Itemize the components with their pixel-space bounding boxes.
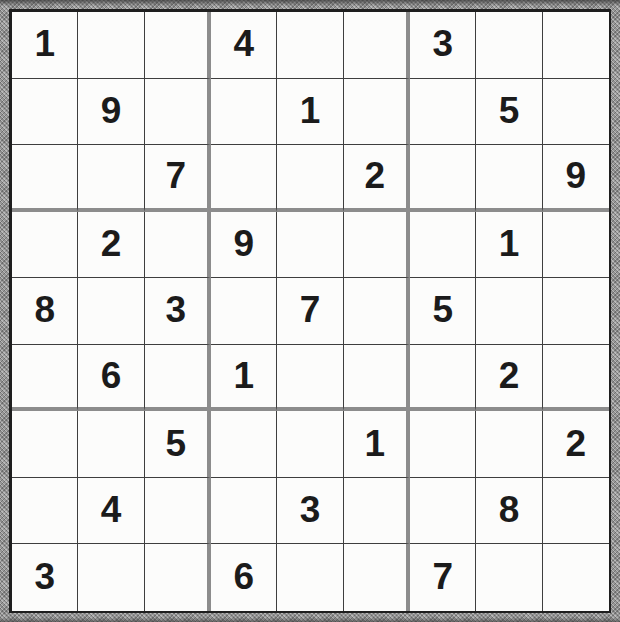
given-digit: 3: [166, 291, 187, 328]
given-digit: 1: [365, 425, 386, 462]
given-digit: 9: [566, 157, 587, 194]
cell-r1c4[interactable]: 4: [211, 12, 277, 79]
cell-r1c9[interactable]: [543, 12, 609, 79]
cell-r4c4[interactable]: 9: [211, 212, 277, 279]
cell-r1c8[interactable]: [476, 12, 542, 79]
given-digit: 2: [566, 425, 587, 462]
cell-r3c4[interactable]: [211, 145, 277, 212]
cell-r7c3[interactable]: 5: [145, 411, 211, 478]
cell-r4c1[interactable]: [12, 212, 78, 279]
cell-r9c8[interactable]: [476, 544, 542, 611]
cell-r5c4[interactable]: [211, 278, 277, 345]
scanned-page-border: 1439157292918375612512438367: [0, 0, 620, 622]
cell-r5c9[interactable]: [543, 278, 609, 345]
sudoku-board: 1439157292918375612512438367: [9, 9, 611, 613]
cell-r3c3[interactable]: 7: [145, 145, 211, 212]
cell-r5c3[interactable]: 3: [145, 278, 211, 345]
cell-r2c2[interactable]: 9: [78, 79, 144, 146]
cell-r2c6[interactable]: [344, 79, 410, 146]
cell-r3c8[interactable]: [476, 145, 542, 212]
cell-r9c9[interactable]: [543, 544, 609, 611]
cell-r8c8[interactable]: 8: [476, 478, 542, 545]
cell-r1c6[interactable]: [344, 12, 410, 79]
cell-r2c7[interactable]: [410, 79, 476, 146]
cell-r5c2[interactable]: [78, 278, 144, 345]
cell-r6c6[interactable]: [344, 345, 410, 412]
cell-r3c5[interactable]: [277, 145, 343, 212]
cell-r3c7[interactable]: [410, 145, 476, 212]
cell-r3c9[interactable]: 9: [543, 145, 609, 212]
given-digit: 7: [432, 558, 453, 595]
cell-r9c7[interactable]: 7: [410, 544, 476, 611]
cell-r1c7[interactable]: 3: [410, 12, 476, 79]
cell-r7c4[interactable]: [211, 411, 277, 478]
given-digit: 3: [432, 25, 453, 62]
cell-r1c3[interactable]: [145, 12, 211, 79]
cell-r6c2[interactable]: 6: [78, 345, 144, 412]
given-digit: 9: [233, 225, 254, 262]
given-digit: 3: [34, 558, 55, 595]
cell-r4c6[interactable]: [344, 212, 410, 279]
given-digit: 8: [34, 291, 55, 328]
cell-r8c2[interactable]: 4: [78, 478, 144, 545]
cell-r7c2[interactable]: [78, 411, 144, 478]
cell-r4c3[interactable]: [145, 212, 211, 279]
given-digit: 2: [365, 157, 386, 194]
cell-r9c6[interactable]: [344, 544, 410, 611]
given-digit: 5: [166, 425, 187, 462]
cell-r2c9[interactable]: [543, 79, 609, 146]
cell-r1c5[interactable]: [277, 12, 343, 79]
cell-r6c8[interactable]: 2: [476, 345, 542, 412]
given-digit: 3: [300, 491, 321, 528]
given-digit: 7: [300, 291, 321, 328]
cell-r7c7[interactable]: [410, 411, 476, 478]
cell-r6c9[interactable]: [543, 345, 609, 412]
cell-r8c3[interactable]: [145, 478, 211, 545]
cell-r2c8[interactable]: 5: [476, 79, 542, 146]
cell-r4c2[interactable]: 2: [78, 212, 144, 279]
given-digit: 4: [233, 25, 254, 62]
given-digit: 4: [101, 491, 122, 528]
given-digit: 5: [499, 92, 520, 129]
cell-r8c5[interactable]: 3: [277, 478, 343, 545]
given-digit: 1: [300, 92, 321, 129]
cell-r5c6[interactable]: [344, 278, 410, 345]
cell-r9c5[interactable]: [277, 544, 343, 611]
cell-r4c5[interactable]: [277, 212, 343, 279]
given-digit: 1: [34, 25, 55, 62]
cell-r9c1[interactable]: 3: [12, 544, 78, 611]
given-digit: 9: [101, 92, 122, 129]
cell-r2c5[interactable]: 1: [277, 79, 343, 146]
given-digit: 5: [432, 291, 453, 328]
cell-r4c8[interactable]: 1: [476, 212, 542, 279]
cell-r2c3[interactable]: [145, 79, 211, 146]
given-digit: 1: [499, 225, 520, 262]
cell-r3c1[interactable]: [12, 145, 78, 212]
cell-r4c7[interactable]: [410, 212, 476, 279]
given-digit: 8: [499, 491, 520, 528]
given-digit: 1: [233, 357, 254, 394]
cell-r2c1[interactable]: [12, 79, 78, 146]
cell-r7c1[interactable]: [12, 411, 78, 478]
given-digit: 2: [101, 225, 122, 262]
cell-r7c8[interactable]: [476, 411, 542, 478]
cell-r5c7[interactable]: 5: [410, 278, 476, 345]
cell-r8c9[interactable]: [543, 478, 609, 545]
cell-r5c1[interactable]: 8: [12, 278, 78, 345]
cell-r6c4[interactable]: 1: [211, 345, 277, 412]
given-digit: 6: [233, 558, 254, 595]
cell-r8c7[interactable]: [410, 478, 476, 545]
cell-r1c1[interactable]: 1: [12, 12, 78, 79]
cell-r9c4[interactable]: 6: [211, 544, 277, 611]
given-digit: 7: [166, 157, 187, 194]
cell-r5c8[interactable]: [476, 278, 542, 345]
cell-r6c7[interactable]: [410, 345, 476, 412]
cell-r6c3[interactable]: [145, 345, 211, 412]
cell-r6c5[interactable]: [277, 345, 343, 412]
cell-r7c6[interactable]: 1: [344, 411, 410, 478]
cell-r5c5[interactable]: 7: [277, 278, 343, 345]
cell-r9c3[interactable]: [145, 544, 211, 611]
cell-r8c6[interactable]: [344, 478, 410, 545]
cell-r3c6[interactable]: 2: [344, 145, 410, 212]
given-digit: 2: [499, 357, 520, 394]
cell-r2c4[interactable]: [211, 79, 277, 146]
cell-r6c1[interactable]: [12, 345, 78, 412]
cell-r3c2[interactable]: [78, 145, 144, 212]
cell-r9c2[interactable]: [78, 544, 144, 611]
cell-r7c9[interactable]: 2: [543, 411, 609, 478]
given-digit: 6: [101, 357, 122, 394]
cell-r8c1[interactable]: [12, 478, 78, 545]
cell-r8c4[interactable]: [211, 478, 277, 545]
cell-r4c9[interactable]: [543, 212, 609, 279]
cell-r1c2[interactable]: [78, 12, 144, 79]
cell-r7c5[interactable]: [277, 411, 343, 478]
